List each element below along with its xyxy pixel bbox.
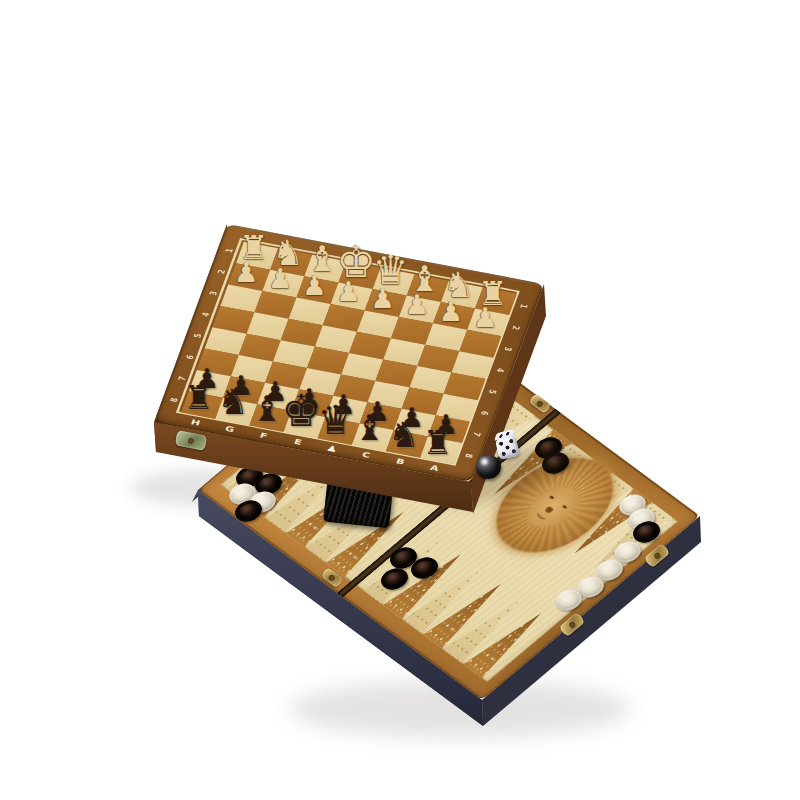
black-ball-checker [476, 455, 501, 479]
product-photo-scene: ♜♞♝♚♛♝♞♜♟♟♟♟♟♟♟♟♟♟♟♟♟♟♟♟♜♞♝♚♛♝♞♜ HGFE♟CB… [0, 0, 800, 800]
